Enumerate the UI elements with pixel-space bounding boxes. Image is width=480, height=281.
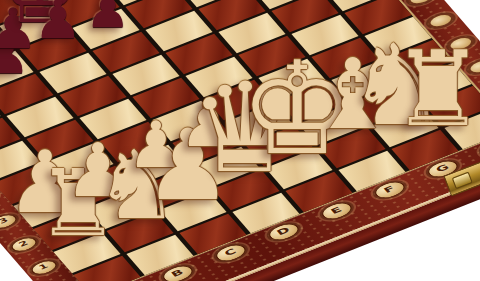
- rank-label-1: 1: [28, 258, 60, 277]
- piece-white-rook[interactable]: ♜: [391, 37, 480, 141]
- rank-label-2: 2: [8, 235, 40, 254]
- chess-set-photo: 12345678 ABCDEFGH ♟♟♚♟♟♟♜♟♞♟♟♟♛♚♝♞♜: [0, 0, 480, 281]
- piece-black-pawn[interactable]: ♟: [86, 0, 131, 35]
- border-ornament: [405, 0, 437, 7]
- piece-black-pawn[interactable]: ♟: [34, 0, 82, 47]
